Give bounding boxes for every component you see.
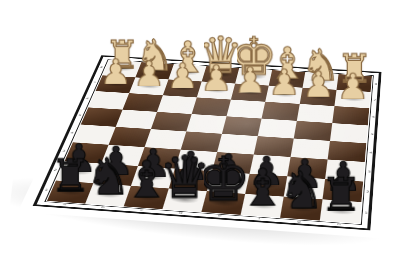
rank-label: 7 bbox=[371, 98, 379, 101]
product-photo-scene: aabbccddeeffgghh8877665544332211 ♜♞♝♛♚♝♞… bbox=[0, 0, 420, 259]
file-label: f bbox=[254, 217, 264, 221]
chess-board: aabbccddeeffgghh8877665544332211 ♜♞♝♛♚♝♞… bbox=[18, 50, 392, 238]
black-rook: ♜ bbox=[51, 144, 90, 191]
file-label: e bbox=[215, 214, 225, 218]
file-label: b bbox=[98, 205, 108, 209]
square-d5 bbox=[186, 114, 226, 134]
file-label: a bbox=[122, 57, 130, 60]
black-king: ♚ bbox=[203, 154, 242, 202]
file-label: g bbox=[318, 69, 326, 72]
rank-label: 4 bbox=[367, 151, 375, 155]
black-knight-glyph: ♞ bbox=[278, 164, 324, 215]
file-label: d bbox=[176, 211, 186, 215]
file-label: h bbox=[351, 71, 359, 74]
black-knight: ♞ bbox=[281, 160, 320, 208]
file-label: f bbox=[285, 67, 293, 70]
black-bishop: ♝ bbox=[242, 157, 281, 205]
file-label: h bbox=[334, 222, 343, 226]
file-label: c bbox=[186, 61, 194, 64]
black-rook: ♜ bbox=[321, 162, 360, 210]
rank-label: 6 bbox=[370, 115, 378, 118]
rank-label: 3 bbox=[365, 170, 374, 174]
rank-label: 2 bbox=[363, 190, 372, 194]
file-label: e bbox=[252, 65, 260, 68]
rank-label: 1 bbox=[362, 211, 371, 215]
file-label: a bbox=[59, 203, 69, 207]
file-label: b bbox=[154, 59, 162, 62]
square-c5 bbox=[151, 112, 192, 132]
file-label: c bbox=[137, 208, 147, 212]
rank-label: 5 bbox=[368, 133, 376, 137]
rank-label: 8 bbox=[372, 82, 380, 85]
file-label: d bbox=[219, 63, 227, 66]
file-label: g bbox=[294, 220, 303, 224]
black-knight: ♞ bbox=[88, 147, 127, 194]
square-e5 bbox=[222, 116, 262, 136]
